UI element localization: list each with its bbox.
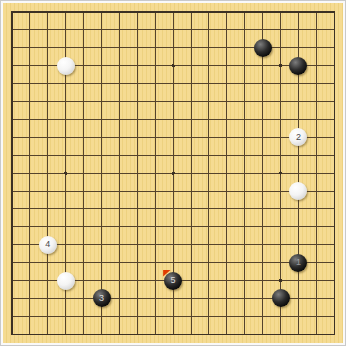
stone-white-D16 <box>57 57 75 75</box>
star-point <box>279 279 282 282</box>
star-point <box>64 171 67 174</box>
move-number-label: 3 <box>99 294 104 303</box>
move-number-label: 2 <box>296 133 301 142</box>
go-board-frame: 21345 <box>0 0 346 346</box>
stone-black-P17 <box>254 39 272 57</box>
move-number-label: 1 <box>296 258 301 267</box>
star-point <box>171 64 174 67</box>
last-move-triangle-icon <box>163 270 171 277</box>
star-point <box>279 171 282 174</box>
star-point <box>171 171 174 174</box>
stone-black-R5: 1 <box>289 254 307 272</box>
stone-black-R16 <box>289 57 307 75</box>
move-number-label: 4 <box>45 240 50 249</box>
stone-white-C6: 4 <box>39 236 57 254</box>
board-grid <box>3 3 343 343</box>
stone-black-Q3 <box>272 289 290 307</box>
move-number-label: 5 <box>171 276 176 285</box>
stone-white-D4 <box>57 272 75 290</box>
stone-black-F3: 3 <box>93 289 111 307</box>
stone-black-K4: 5 <box>164 272 182 290</box>
star-point <box>279 64 282 67</box>
go-board[interactable]: 21345 <box>3 3 343 343</box>
